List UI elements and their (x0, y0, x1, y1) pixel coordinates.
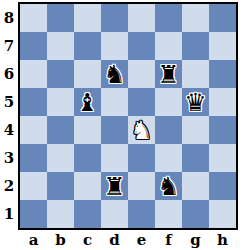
square-e3[interactable] (128, 144, 155, 172)
rank-label-4: 4 (0, 116, 18, 144)
square-a7[interactable] (20, 32, 47, 60)
black-bishop-c5[interactable]: ♝ (76, 90, 98, 115)
square-d2[interactable]: ♜ (101, 172, 128, 200)
square-g7[interactable] (182, 32, 209, 60)
rank-label-6: 6 (0, 60, 18, 88)
square-a6[interactable] (20, 60, 47, 88)
square-h3[interactable] (209, 144, 236, 172)
square-h2[interactable] (209, 172, 236, 200)
file-label-b: b (47, 230, 74, 249)
square-h8[interactable] (209, 4, 236, 32)
square-c6[interactable] (74, 60, 101, 88)
black-queen-g5[interactable]: ♛ (184, 90, 206, 115)
square-a8[interactable] (20, 4, 47, 32)
square-a1[interactable] (20, 200, 47, 228)
black-rook-d2[interactable]: ♜ (103, 174, 125, 199)
white-knight-e4[interactable]: ♞ (130, 118, 152, 143)
square-d3[interactable] (101, 144, 128, 172)
square-e8[interactable] (128, 4, 155, 32)
square-a5[interactable] (20, 88, 47, 116)
square-d6[interactable]: ♞ (101, 60, 128, 88)
square-a3[interactable] (20, 144, 47, 172)
square-f1[interactable] (155, 200, 182, 228)
square-h7[interactable] (209, 32, 236, 60)
file-label-h: h (209, 230, 236, 249)
file-label-f: f (155, 230, 182, 249)
square-g2[interactable] (182, 172, 209, 200)
square-f8[interactable] (155, 4, 182, 32)
rank-label-2: 2 (0, 172, 18, 200)
square-d7[interactable] (101, 32, 128, 60)
rank-label-1: 1 (0, 200, 18, 228)
file-label-d: d (101, 230, 128, 249)
square-e5[interactable] (128, 88, 155, 116)
square-b4[interactable] (47, 116, 74, 144)
black-rook-f6[interactable]: ♜ (157, 62, 179, 87)
square-f7[interactable] (155, 32, 182, 60)
square-c5[interactable]: ♝ (74, 88, 101, 116)
rank-label-7: 7 (0, 32, 18, 60)
square-f2[interactable]: ♞ (155, 172, 182, 200)
square-f3[interactable] (155, 144, 182, 172)
square-b1[interactable] (47, 200, 74, 228)
rank-label-3: 3 (0, 144, 18, 172)
rank-label-5: 5 (0, 88, 18, 116)
file-label-e: e (128, 230, 155, 249)
rank-labels: 87654321 (0, 4, 18, 228)
square-c7[interactable] (74, 32, 101, 60)
square-c2[interactable] (74, 172, 101, 200)
square-b6[interactable] (47, 60, 74, 88)
square-b8[interactable] (47, 4, 74, 32)
square-b2[interactable] (47, 172, 74, 200)
square-f5[interactable] (155, 88, 182, 116)
square-e7[interactable] (128, 32, 155, 60)
square-g1[interactable] (182, 200, 209, 228)
square-h4[interactable] (209, 116, 236, 144)
square-c1[interactable] (74, 200, 101, 228)
square-g8[interactable] (182, 4, 209, 32)
file-labels: abcdefgh (20, 230, 236, 249)
square-h1[interactable] (209, 200, 236, 228)
square-d5[interactable] (101, 88, 128, 116)
square-e4[interactable]: ♞ (128, 116, 155, 144)
square-c8[interactable] (74, 4, 101, 32)
square-g4[interactable] (182, 116, 209, 144)
square-c4[interactable] (74, 116, 101, 144)
black-knight-d6[interactable]: ♞ (103, 62, 125, 87)
square-e6[interactable] (128, 60, 155, 88)
square-d8[interactable] (101, 4, 128, 32)
square-a4[interactable] (20, 116, 47, 144)
file-label-c: c (74, 230, 101, 249)
square-d4[interactable] (101, 116, 128, 144)
square-e1[interactable] (128, 200, 155, 228)
square-h6[interactable] (209, 60, 236, 88)
square-b5[interactable] (47, 88, 74, 116)
square-g3[interactable] (182, 144, 209, 172)
black-knight-f2[interactable]: ♞ (157, 174, 179, 199)
chess-board[interactable]: ♞♜♝♛♞♜♞ (18, 2, 238, 230)
square-b3[interactable] (47, 144, 74, 172)
square-a2[interactable] (20, 172, 47, 200)
file-label-a: a (20, 230, 47, 249)
square-f4[interactable] (155, 116, 182, 144)
square-h5[interactable] (209, 88, 236, 116)
square-g5[interactable]: ♛ (182, 88, 209, 116)
square-e2[interactable] (128, 172, 155, 200)
square-f6[interactable]: ♜ (155, 60, 182, 88)
square-g6[interactable] (182, 60, 209, 88)
square-c3[interactable] (74, 144, 101, 172)
square-d1[interactable] (101, 200, 128, 228)
square-b7[interactable] (47, 32, 74, 60)
chess-diagram: 87654321 ♞♜♝♛♞♜♞ abcdefgh (0, 0, 248, 250)
rank-label-8: 8 (0, 4, 18, 32)
file-label-g: g (182, 230, 209, 249)
